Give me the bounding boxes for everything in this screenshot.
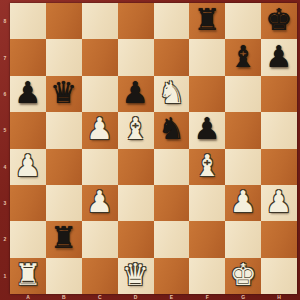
square-g3[interactable]: ♟: [225, 185, 261, 221]
square-b3[interactable]: [46, 185, 82, 221]
square-b7[interactable]: [46, 39, 82, 75]
square-f1[interactable]: [189, 258, 225, 294]
square-a1[interactable]: ♜: [10, 258, 46, 294]
rank-label: 3: [0, 185, 10, 221]
piece-black-knight: ♞: [158, 114, 185, 144]
square-h3[interactable]: ♟: [261, 185, 297, 221]
square-a6[interactable]: ♟: [10, 76, 46, 112]
square-e7[interactable]: [154, 39, 190, 75]
file-coordinates: ABCDEFGH: [10, 294, 297, 300]
square-d6[interactable]: ♟: [118, 76, 154, 112]
piece-white-rook: ♜: [14, 260, 41, 290]
square-c4[interactable]: [82, 149, 118, 185]
square-b5[interactable]: [46, 112, 82, 148]
rank-label: 6: [0, 76, 10, 112]
square-d5[interactable]: ♝: [118, 112, 154, 148]
square-e1[interactable]: [154, 258, 190, 294]
piece-black-bishop: ♝: [230, 42, 257, 72]
rank-label: 8: [0, 3, 10, 39]
square-d3[interactable]: [118, 185, 154, 221]
chess-board: ♜♚♝♟♟♛♟♞♟♝♞♟♟♝♟♟♟♜♜♛♚: [10, 3, 297, 294]
square-f5[interactable]: ♟: [189, 112, 225, 148]
file-label: G: [225, 294, 261, 300]
square-f2[interactable]: [189, 221, 225, 257]
piece-black-pawn: ♟: [122, 78, 149, 108]
file-label: C: [82, 294, 118, 300]
rank-label: 7: [0, 39, 10, 75]
square-h8[interactable]: ♚: [261, 3, 297, 39]
file-label: E: [154, 294, 190, 300]
square-b8[interactable]: [46, 3, 82, 39]
piece-black-king: ♚: [266, 5, 293, 35]
piece-white-pawn: ♟: [86, 187, 113, 217]
piece-white-pawn: ♟: [14, 151, 41, 181]
piece-white-knight: ♞: [158, 78, 185, 108]
square-f6[interactable]: [189, 76, 225, 112]
square-a2[interactable]: [10, 221, 46, 257]
file-label: A: [10, 294, 46, 300]
square-c2[interactable]: [82, 221, 118, 257]
piece-black-queen: ♛: [50, 78, 77, 108]
piece-white-king: ♚: [230, 260, 257, 290]
square-e2[interactable]: [154, 221, 190, 257]
square-h2[interactable]: [261, 221, 297, 257]
file-label: F: [189, 294, 225, 300]
square-a5[interactable]: [10, 112, 46, 148]
piece-white-bishop: ♝: [194, 151, 221, 181]
square-h7[interactable]: ♟: [261, 39, 297, 75]
piece-black-pawn: ♟: [266, 42, 293, 72]
piece-black-pawn: ♟: [194, 114, 221, 144]
piece-white-queen: ♛: [122, 260, 149, 290]
piece-black-rook: ♜: [194, 5, 221, 35]
file-label: B: [46, 294, 82, 300]
square-d1[interactable]: ♛: [118, 258, 154, 294]
rank-coordinates: 87654321: [0, 3, 10, 294]
square-g4[interactable]: [225, 149, 261, 185]
square-a8[interactable]: [10, 3, 46, 39]
square-f8[interactable]: ♜: [189, 3, 225, 39]
square-f7[interactable]: [189, 39, 225, 75]
square-h6[interactable]: [261, 76, 297, 112]
rank-label: 2: [0, 221, 10, 257]
square-c8[interactable]: [82, 3, 118, 39]
square-g2[interactable]: [225, 221, 261, 257]
square-g7[interactable]: ♝: [225, 39, 261, 75]
square-c6[interactable]: [82, 76, 118, 112]
square-d7[interactable]: [118, 39, 154, 75]
square-c7[interactable]: [82, 39, 118, 75]
square-g1[interactable]: ♚: [225, 258, 261, 294]
square-e3[interactable]: [154, 185, 190, 221]
square-h4[interactable]: [261, 149, 297, 185]
square-b2[interactable]: ♜: [46, 221, 82, 257]
square-f4[interactable]: ♝: [189, 149, 225, 185]
file-label: H: [261, 294, 297, 300]
square-e8[interactable]: [154, 3, 190, 39]
chess-diagram: 87654321 ♜♚♝♟♟♛♟♞♟♝♞♟♟♝♟♟♟♜♜♛♚ ABCDEFGH: [0, 0, 300, 300]
square-h5[interactable]: [261, 112, 297, 148]
square-g5[interactable]: [225, 112, 261, 148]
square-a4[interactable]: ♟: [10, 149, 46, 185]
rank-label: 5: [0, 112, 10, 148]
square-d8[interactable]: [118, 3, 154, 39]
square-g8[interactable]: [225, 3, 261, 39]
piece-white-bishop: ♝: [122, 114, 149, 144]
file-label: D: [118, 294, 154, 300]
square-c5[interactable]: ♟: [82, 112, 118, 148]
rank-label: 1: [0, 258, 10, 294]
square-f3[interactable]: [189, 185, 225, 221]
square-e6[interactable]: ♞: [154, 76, 190, 112]
square-g6[interactable]: [225, 76, 261, 112]
square-a3[interactable]: [10, 185, 46, 221]
piece-white-pawn: ♟: [230, 187, 257, 217]
rank-label: 4: [0, 149, 10, 185]
piece-black-rook: ♜: [50, 223, 77, 253]
square-a7[interactable]: [10, 39, 46, 75]
square-h1[interactable]: [261, 258, 297, 294]
square-c3[interactable]: ♟: [82, 185, 118, 221]
piece-white-pawn: ♟: [86, 114, 113, 144]
square-b1[interactable]: [46, 258, 82, 294]
square-b4[interactable]: [46, 149, 82, 185]
square-c1[interactable]: [82, 258, 118, 294]
square-e5[interactable]: ♞: [154, 112, 190, 148]
piece-black-pawn: ♟: [14, 78, 41, 108]
piece-white-pawn: ♟: [266, 187, 293, 217]
square-b6[interactable]: ♛: [46, 76, 82, 112]
square-d2[interactable]: [118, 221, 154, 257]
square-d4[interactable]: [118, 149, 154, 185]
square-e4[interactable]: [154, 149, 190, 185]
